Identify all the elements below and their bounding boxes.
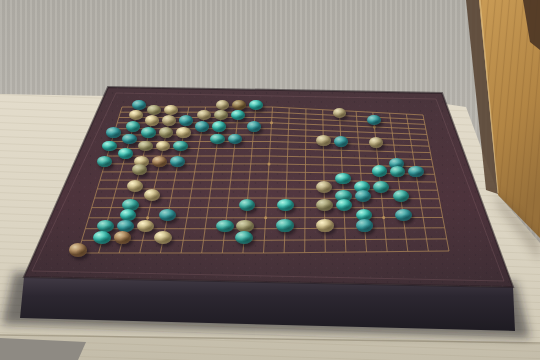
stone-turquoise xyxy=(355,190,371,202)
stone-beige xyxy=(147,105,161,115)
stone-beige xyxy=(216,100,230,110)
go-board-photo-scene xyxy=(0,0,540,360)
stone-turquoise xyxy=(393,190,409,202)
stone-turquoise xyxy=(249,100,263,110)
stone-turquoise xyxy=(367,115,381,125)
stone-beige xyxy=(176,127,190,138)
stone-beige xyxy=(333,108,347,118)
stone-tan xyxy=(152,156,167,167)
stone-turquoise xyxy=(395,209,412,222)
stone-turquoise xyxy=(179,115,193,125)
stone-turquoise xyxy=(216,220,233,233)
stone-turquoise xyxy=(132,100,146,110)
stone-beige xyxy=(162,115,176,125)
stone-turquoise xyxy=(126,121,140,132)
stone-turquoise xyxy=(212,121,226,132)
stone-beige xyxy=(164,105,178,115)
stone-turquoise xyxy=(173,141,188,152)
stone-beige xyxy=(132,164,148,176)
stone-beige xyxy=(145,115,159,125)
stone-beige xyxy=(316,135,331,146)
stone-turquoise xyxy=(106,127,120,138)
stone-beige xyxy=(127,180,143,192)
stone-beige xyxy=(138,141,153,152)
stone-turquoise xyxy=(210,134,225,145)
stone-beige xyxy=(316,199,333,211)
stone-beige xyxy=(316,219,333,232)
stone-beige xyxy=(129,110,143,120)
stone-turquoise xyxy=(235,231,253,244)
stone-beige xyxy=(159,127,173,138)
stone-turquoise xyxy=(228,134,243,145)
stone-turquoise xyxy=(231,110,245,120)
stone-turquoise xyxy=(373,181,389,193)
stone-beige xyxy=(197,110,211,120)
stone-turquoise xyxy=(118,148,133,159)
stone-turquoise xyxy=(97,156,112,167)
stone-turquoise xyxy=(102,141,117,152)
stone-turquoise xyxy=(170,156,185,167)
stone-turquoise xyxy=(277,199,294,211)
stone-turquoise xyxy=(239,199,256,211)
stone-beige xyxy=(214,110,228,120)
stone-turquoise xyxy=(335,173,351,185)
stones-layer xyxy=(0,0,540,360)
stone-turquoise xyxy=(159,209,176,222)
stone-tan xyxy=(232,100,246,110)
stone-beige xyxy=(144,189,160,201)
stone-turquoise xyxy=(390,166,406,178)
stone-beige xyxy=(137,220,154,233)
stone-turquoise xyxy=(93,231,111,244)
stone-turquoise xyxy=(141,127,155,138)
stone-beige xyxy=(369,137,384,148)
stone-beige xyxy=(316,181,332,193)
stone-turquoise xyxy=(336,199,353,211)
stone-beige xyxy=(156,141,171,152)
stone-turquoise xyxy=(356,219,373,232)
stone-turquoise xyxy=(334,136,349,147)
stone-turquoise xyxy=(195,121,209,132)
stone-turquoise xyxy=(408,166,424,178)
stone-turquoise xyxy=(276,219,293,232)
stone-turquoise xyxy=(247,121,261,132)
stone-turquoise xyxy=(372,165,388,177)
stone-turquoise xyxy=(122,134,137,145)
stone-beige xyxy=(154,231,172,244)
stone-tan xyxy=(114,231,132,244)
stone-tan xyxy=(69,243,87,256)
